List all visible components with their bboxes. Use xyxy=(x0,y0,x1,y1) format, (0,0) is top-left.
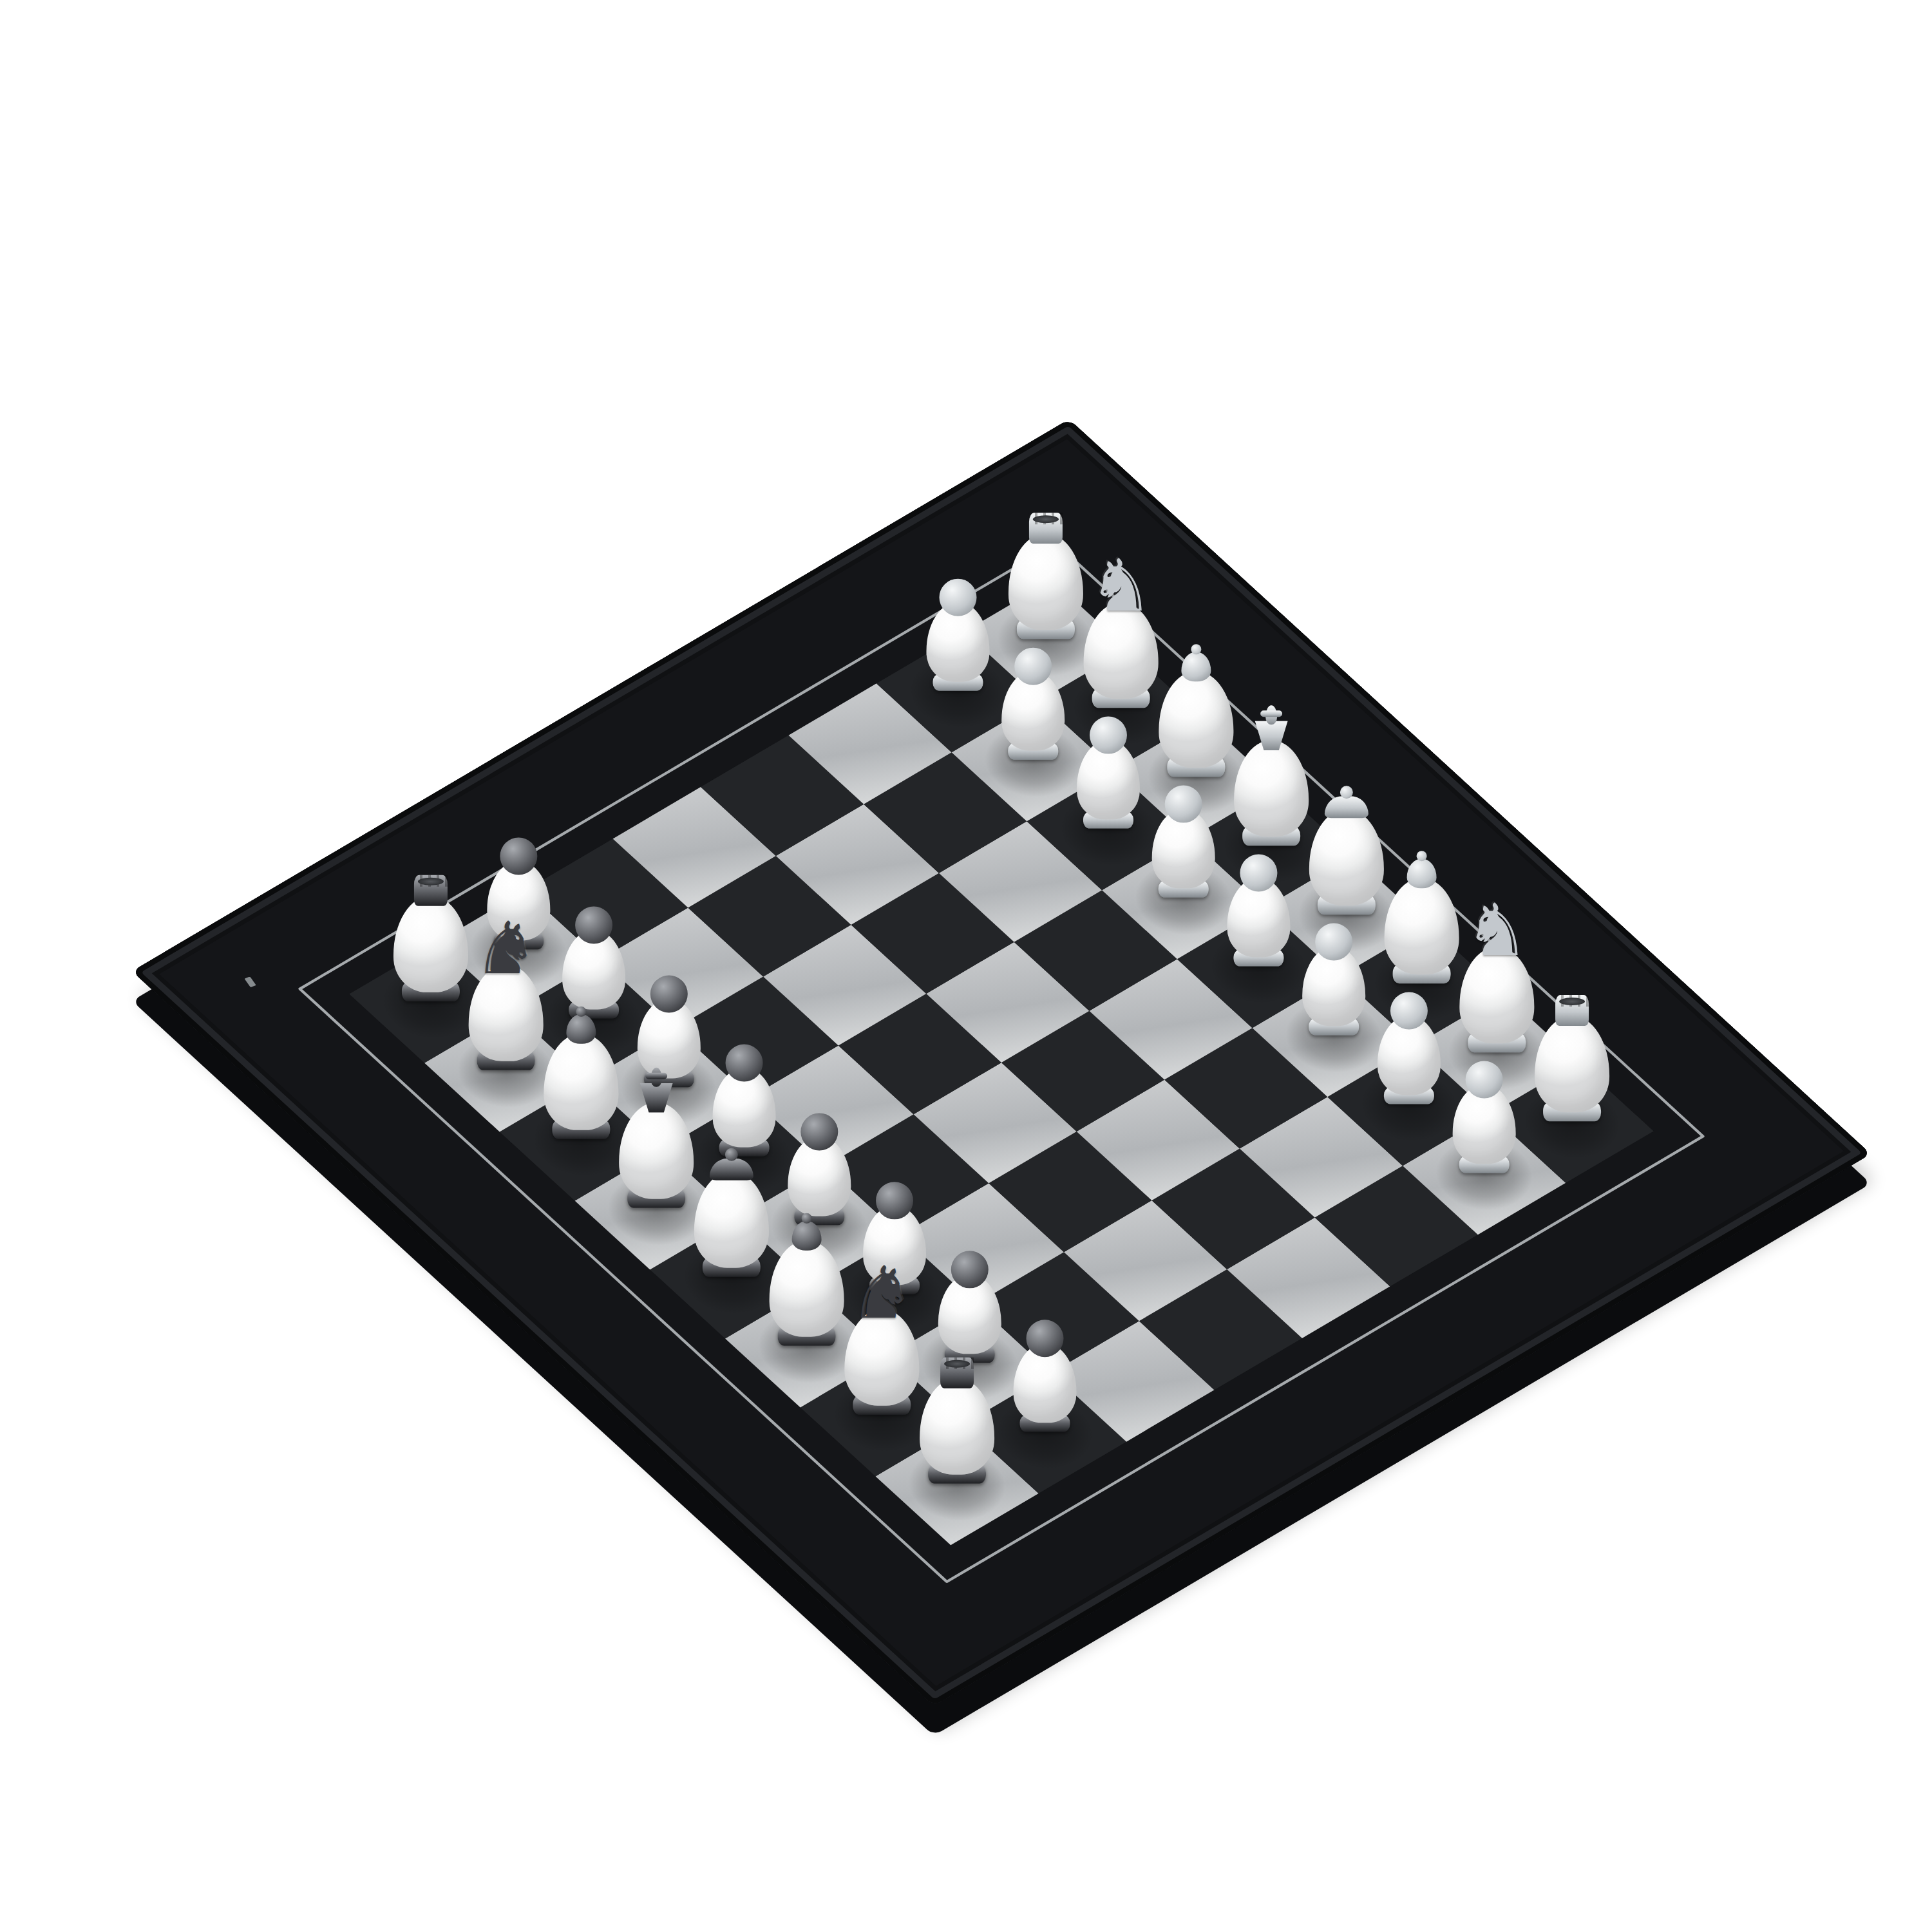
bishop-top-knob xyxy=(802,1213,812,1224)
pawn-top-ball xyxy=(726,1044,763,1081)
rook-top-turret xyxy=(414,875,448,906)
pawn-top-ball xyxy=(1240,855,1277,892)
pawn-top-ball xyxy=(1014,648,1052,685)
queen-top-knob xyxy=(725,1148,738,1161)
pawn-top-ball xyxy=(575,906,612,943)
pawn-top-ball xyxy=(1390,992,1428,1030)
bishop-top-mitre xyxy=(1181,652,1211,681)
pawn-top-ball xyxy=(500,837,537,875)
rook-top-turret xyxy=(1029,513,1063,544)
bishop-top-knob xyxy=(1191,644,1201,654)
bishop-top-knob xyxy=(1417,851,1427,861)
pawn-top-ball xyxy=(650,975,688,1012)
rook-top-turret xyxy=(1555,995,1589,1026)
rook-top-turret xyxy=(940,1358,974,1388)
knight-icon: ♞ xyxy=(1081,549,1161,625)
knight-icon: ♞ xyxy=(1457,894,1537,970)
pawn-top-ball xyxy=(1027,1320,1064,1357)
queen-top-knob xyxy=(1340,786,1353,799)
king-top-cross xyxy=(645,1073,667,1079)
pawn-top-ball xyxy=(1466,1061,1503,1098)
product-photo-canvas: ♞♞♞♞ xyxy=(0,0,1932,1932)
pawn-top-ball xyxy=(876,1182,913,1219)
brand-mark xyxy=(244,976,256,987)
knight-icon: ♞ xyxy=(466,912,546,988)
pawn-top-ball xyxy=(1315,923,1352,961)
pawn-top-ball xyxy=(800,1113,838,1150)
bishop-top-knob xyxy=(576,1007,586,1017)
pawn-top-ball xyxy=(1090,717,1127,754)
knight-icon: ♞ xyxy=(842,1256,922,1332)
pawn-top-ball xyxy=(939,579,976,616)
pawn-top-ball xyxy=(951,1251,989,1288)
king-top-cross xyxy=(1260,710,1282,717)
pawn-top-ball xyxy=(1165,786,1202,823)
queen-top-crown xyxy=(1325,796,1368,818)
chessboard: ♞♞♞♞ xyxy=(132,419,1871,1706)
piece-body xyxy=(1009,533,1083,630)
bishop-top-mitre xyxy=(1407,858,1437,888)
